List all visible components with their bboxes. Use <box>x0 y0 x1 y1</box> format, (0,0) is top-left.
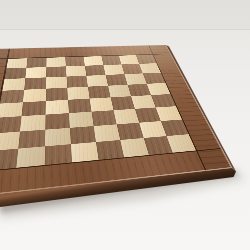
board-square-d3 <box>69 112 94 128</box>
board-square-d8 <box>65 56 85 66</box>
board-square-b7 <box>25 67 46 78</box>
board-square-c4 <box>46 100 69 115</box>
board-square-f5 <box>108 85 131 98</box>
board-square-b5 <box>23 89 46 103</box>
board-square-a5 <box>0 90 24 104</box>
chessboard-photo <box>0 0 250 250</box>
board-square-g6 <box>124 73 146 84</box>
board-square-e8 <box>83 56 103 66</box>
board-square-a7 <box>4 68 26 79</box>
board-square-e3 <box>92 110 117 126</box>
board-square-d6 <box>67 76 88 88</box>
